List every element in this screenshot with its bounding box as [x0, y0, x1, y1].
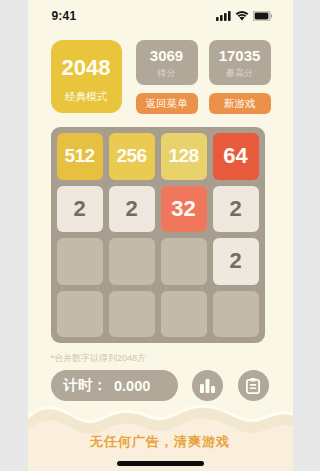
empty-cell: [161, 291, 207, 338]
wifi-icon: [235, 11, 249, 21]
status-icons: [216, 11, 273, 21]
app-screen: 9:41 2048 经典模式 3069 得分: [28, 0, 293, 471]
mode-card: 2048 经典模式: [51, 40, 122, 113]
status-bar: 9:41: [28, 6, 293, 26]
best-score-card: 17035 最高分: [209, 40, 271, 85]
clock: 9:41: [52, 9, 77, 23]
tile-2: 2: [109, 186, 155, 233]
hint-note: *合并数字以得到2048方: [51, 352, 147, 365]
back-to-menu-button[interactable]: 返回菜单: [136, 93, 198, 114]
timer-display: 计时： 0.000: [51, 370, 178, 401]
empty-cell: [161, 238, 207, 285]
tile-128: 128: [161, 133, 207, 180]
score-card: 3069 得分: [136, 40, 198, 85]
best-score-label: 最高分: [209, 67, 271, 80]
tile-2: 2: [57, 186, 103, 233]
empty-cell: [57, 291, 103, 338]
records-button[interactable]: [238, 370, 269, 401]
tile-512: 512: [57, 133, 103, 180]
empty-cell: [213, 291, 259, 338]
score-label: 得分: [136, 67, 198, 80]
battery-icon: [253, 11, 273, 21]
stats-button[interactable]: [192, 370, 223, 401]
tile-2: 2: [213, 238, 259, 285]
empty-cell: [109, 291, 155, 338]
new-game-button[interactable]: 新游戏: [209, 93, 271, 114]
score-value: 3069: [136, 47, 198, 64]
empty-cell: [109, 238, 155, 285]
empty-cell: [57, 238, 103, 285]
cellular-signal-icon: [216, 11, 231, 21]
tile-2: 2: [213, 186, 259, 233]
tile-32: 32: [161, 186, 207, 233]
tile-64: 64: [213, 133, 259, 180]
slogan-text: 无任何广告，清爽游戏: [28, 433, 293, 451]
home-indicator[interactable]: [117, 461, 204, 466]
best-score-value: 17035: [209, 47, 271, 64]
timer-value: 0.000: [114, 378, 150, 394]
board[interactable]: 51225612864223222: [51, 127, 265, 343]
timer-label: 计时：: [64, 376, 108, 395]
tile-256: 256: [109, 133, 155, 180]
mode-label: 经典模式: [51, 90, 122, 104]
bar-chart-icon: [200, 379, 215, 393]
logo-2048: 2048: [51, 55, 122, 81]
clipboard-icon: [246, 378, 260, 394]
